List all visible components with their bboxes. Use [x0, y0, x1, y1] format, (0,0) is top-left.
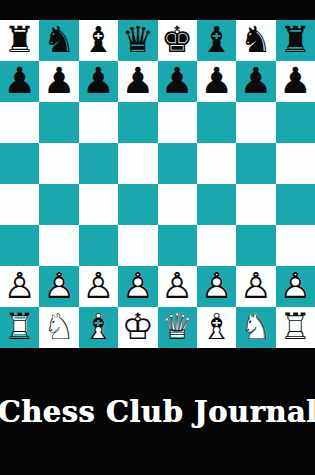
square-a3	[0, 225, 39, 266]
white-bishop-piece: ♝♗	[198, 309, 236, 347]
square-a8: ♜	[0, 20, 39, 61]
square-e1: ♛♕	[158, 307, 197, 348]
white-knight-piece: ♞♘	[237, 309, 275, 347]
square-d1: ♚♔	[118, 307, 157, 348]
black-bishop-piece: ♝	[198, 22, 236, 60]
square-c2: ♟♙	[79, 266, 118, 307]
white-rook-piece: ♜♖	[276, 309, 314, 347]
square-e4	[158, 184, 197, 225]
square-f6	[197, 102, 236, 143]
square-g8: ♞	[236, 20, 275, 61]
black-pawn-piece: ♟	[276, 63, 314, 101]
square-e8: ♚	[158, 20, 197, 61]
square-c6	[79, 102, 118, 143]
square-a4	[0, 184, 39, 225]
black-pawn-piece: ♟	[119, 63, 157, 101]
square-h3	[276, 225, 315, 266]
square-h1: ♜♖	[276, 307, 315, 348]
square-c3	[79, 225, 118, 266]
square-h8: ♜	[276, 20, 315, 61]
white-pawn-piece: ♟♙	[79, 268, 117, 306]
black-pawn-piece: ♟	[158, 63, 196, 101]
square-b3	[39, 225, 78, 266]
top-black-band	[0, 0, 315, 20]
square-g1: ♞♘	[236, 307, 275, 348]
square-d7: ♟	[118, 61, 157, 102]
white-queen-piece: ♛♕	[158, 309, 196, 347]
square-a5	[0, 143, 39, 184]
square-g2: ♟♙	[236, 266, 275, 307]
square-h6	[276, 102, 315, 143]
square-d3	[118, 225, 157, 266]
black-rook-piece: ♜	[1, 22, 39, 60]
square-d6	[118, 102, 157, 143]
black-knight-piece: ♞	[237, 22, 275, 60]
white-king-piece: ♚♔	[119, 309, 157, 347]
square-b2: ♟♙	[39, 266, 78, 307]
white-pawn-piece: ♟♙	[276, 268, 314, 306]
square-d8: ♛	[118, 20, 157, 61]
square-b1: ♞♘	[39, 307, 78, 348]
black-pawn-piece: ♟	[40, 63, 78, 101]
square-a1: ♜♖	[0, 307, 39, 348]
book-cover: ♜♞♝♛♚♝♞♜♟♟♟♟♟♟♟♟♟♙♟♙♟♙♟♙♟♙♟♙♟♙♟♙♜♖♞♘♝♗♚♔…	[0, 0, 315, 475]
black-knight-piece: ♞	[40, 22, 78, 60]
square-c7: ♟	[79, 61, 118, 102]
black-pawn-piece: ♟	[79, 63, 117, 101]
square-b4	[39, 184, 78, 225]
square-a7: ♟	[0, 61, 39, 102]
square-h4	[276, 184, 315, 225]
square-f4	[197, 184, 236, 225]
square-b7: ♟	[39, 61, 78, 102]
square-d5	[118, 143, 157, 184]
square-d4	[118, 184, 157, 225]
square-c1: ♝♗	[79, 307, 118, 348]
black-queen-piece: ♛	[119, 22, 157, 60]
square-e3	[158, 225, 197, 266]
square-e5	[158, 143, 197, 184]
square-h2: ♟♙	[276, 266, 315, 307]
white-pawn-piece: ♟♙	[198, 268, 236, 306]
title-band: Chess Club Journal	[0, 348, 315, 475]
square-f1: ♝♗	[197, 307, 236, 348]
white-bishop-piece: ♝♗	[79, 309, 117, 347]
white-pawn-piece: ♟♙	[237, 268, 275, 306]
square-f5	[197, 143, 236, 184]
square-f3	[197, 225, 236, 266]
square-b8: ♞	[39, 20, 78, 61]
square-a2: ♟♙	[0, 266, 39, 307]
square-g4	[236, 184, 275, 225]
square-h5	[276, 143, 315, 184]
square-f8: ♝	[197, 20, 236, 61]
square-f7: ♟	[197, 61, 236, 102]
black-pawn-piece: ♟	[198, 63, 236, 101]
square-g3	[236, 225, 275, 266]
square-c4	[79, 184, 118, 225]
square-a6	[0, 102, 39, 143]
square-h7: ♟	[276, 61, 315, 102]
square-g6	[236, 102, 275, 143]
square-e2: ♟♙	[158, 266, 197, 307]
white-pawn-piece: ♟♙	[40, 268, 78, 306]
black-pawn-piece: ♟	[237, 63, 275, 101]
black-rook-piece: ♜	[276, 22, 314, 60]
square-g7: ♟	[236, 61, 275, 102]
white-rook-piece: ♜♖	[1, 309, 39, 347]
square-b5	[39, 143, 78, 184]
white-pawn-piece: ♟♙	[119, 268, 157, 306]
black-pawn-piece: ♟	[1, 63, 39, 101]
white-pawn-piece: ♟♙	[158, 268, 196, 306]
white-pawn-piece: ♟♙	[1, 268, 39, 306]
black-king-piece: ♚	[158, 22, 196, 60]
black-bishop-piece: ♝	[79, 22, 117, 60]
chess-board: ♜♞♝♛♚♝♞♜♟♟♟♟♟♟♟♟♟♙♟♙♟♙♟♙♟♙♟♙♟♙♟♙♜♖♞♘♝♗♚♔…	[0, 20, 315, 348]
square-c5	[79, 143, 118, 184]
square-b6	[39, 102, 78, 143]
square-e7: ♟	[158, 61, 197, 102]
square-e6	[158, 102, 197, 143]
square-f2: ♟♙	[197, 266, 236, 307]
square-c8: ♝	[79, 20, 118, 61]
square-d2: ♟♙	[118, 266, 157, 307]
cover-title: Chess Club Journal	[0, 395, 315, 429]
white-knight-piece: ♞♘	[40, 309, 78, 347]
square-g5	[236, 143, 275, 184]
